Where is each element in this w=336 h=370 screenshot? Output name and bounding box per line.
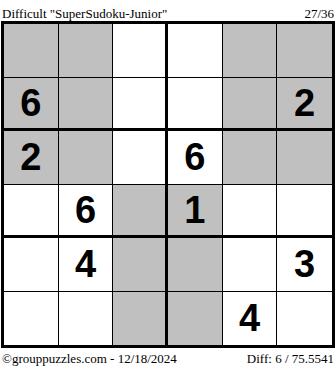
cell-r2c1: 6 <box>4 78 59 132</box>
cell-r3c3[interactable] <box>113 131 168 185</box>
cell-r6c3[interactable] <box>113 292 168 346</box>
cell-r2c2[interactable] <box>59 78 114 132</box>
cell-r1c6[interactable] <box>277 24 332 78</box>
cell-r1c5[interactable] <box>223 24 278 78</box>
cell-r5c4[interactable] <box>168 238 223 292</box>
cell-r3c1: 2 <box>4 131 59 185</box>
cell-r4c6[interactable] <box>277 185 332 239</box>
cell-r6c4[interactable] <box>168 292 223 346</box>
cell-r2c3[interactable] <box>113 78 168 132</box>
progress-counter: 27/36 <box>304 7 334 21</box>
puzzle-footer: ©grouppuzzles.com - 12/18/2024 Diff: 6 /… <box>0 348 336 370</box>
cell-r6c2[interactable] <box>59 292 114 346</box>
cell-r5c6: 3 <box>277 238 332 292</box>
cell-r4c1[interactable] <box>4 185 59 239</box>
cell-r4c3[interactable] <box>113 185 168 239</box>
copyright-text: ©grouppuzzles.com - 12/18/2024 <box>2 352 177 366</box>
cell-r6c1[interactable] <box>4 292 59 346</box>
cell-r3c5[interactable] <box>223 131 278 185</box>
cell-r5c2: 4 <box>59 238 114 292</box>
cell-r4c5[interactable] <box>223 185 278 239</box>
cell-r5c5[interactable] <box>223 238 278 292</box>
cell-r2c4[interactable] <box>168 78 223 132</box>
cell-r4c4: 1 <box>168 185 223 239</box>
cell-r3c6[interactable] <box>277 131 332 185</box>
difficulty-text: Diff: 6 / 75.5541 <box>247 352 334 366</box>
cell-r2c5[interactable] <box>223 78 278 132</box>
cell-r5c1[interactable] <box>4 238 59 292</box>
cell-r3c2[interactable] <box>59 131 114 185</box>
cell-r1c2[interactable] <box>59 24 114 78</box>
cell-r2c6: 2 <box>277 78 332 132</box>
cell-r4c2: 6 <box>59 185 114 239</box>
sudoku-board: 622661434 <box>1 21 335 348</box>
cell-r1c1[interactable] <box>4 24 59 78</box>
cell-r5c3[interactable] <box>113 238 168 292</box>
cell-r3c4: 6 <box>168 131 223 185</box>
cell-r1c4[interactable] <box>168 24 223 78</box>
puzzle-title: Difficult "SuperSudoku-Junior" <box>2 7 167 21</box>
puzzle-header: Difficult "SuperSudoku-Junior" 27/36 <box>0 0 336 21</box>
cell-r6c5: 4 <box>223 292 278 346</box>
cell-r1c3[interactable] <box>113 24 168 78</box>
cell-r6c6[interactable] <box>277 292 332 346</box>
